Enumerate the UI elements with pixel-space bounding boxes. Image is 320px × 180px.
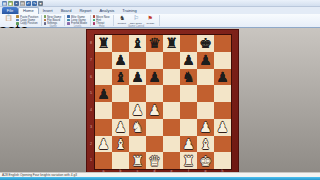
dropdown-icon[interactable]: ▾ bbox=[38, 1, 43, 6]
tab-analysis[interactable]: Analysis bbox=[95, 7, 118, 14]
square-c8[interactable]: ♝ bbox=[129, 35, 146, 52]
ribbon-group-clipboard: 📋PastePaste PositionCopy GameCopy Positi… bbox=[1, 15, 42, 26]
square-f5[interactable] bbox=[180, 85, 197, 102]
offer-draw-button[interactable]: ⚐Offer Draw bbox=[130, 15, 143, 25]
square-h2[interactable] bbox=[214, 136, 231, 153]
square-a2[interactable]: ♟ bbox=[95, 136, 112, 153]
square-a8[interactable]: ♜ bbox=[95, 35, 112, 52]
square-g6[interactable] bbox=[197, 69, 214, 86]
redo-icon[interactable]: ↷ bbox=[32, 1, 37, 6]
piece-white-rook: ♜ bbox=[131, 153, 144, 169]
square-a3[interactable] bbox=[95, 119, 112, 136]
square-e1[interactable] bbox=[163, 152, 180, 169]
square-d7[interactable] bbox=[146, 52, 163, 69]
bottom-accent-bar bbox=[0, 177, 320, 180]
rank-label-8: 8 bbox=[87, 35, 95, 52]
square-h5[interactable] bbox=[214, 85, 231, 102]
square-e2[interactable] bbox=[163, 136, 180, 153]
square-g4[interactable] bbox=[197, 102, 214, 119]
ribbon-group-help: Move NowHintThreatHelp bbox=[91, 15, 114, 26]
square-f2[interactable]: ♟ bbox=[180, 136, 197, 153]
app-icon[interactable]: ▦ bbox=[2, 1, 7, 6]
tab-report[interactable]: Report bbox=[75, 7, 95, 14]
ribbon: 📋PastePaste PositionCopy GameCopy Positi… bbox=[0, 14, 320, 28]
rank-label-1: 1 bbox=[87, 152, 95, 169]
piece-white-king: ♚ bbox=[199, 153, 212, 169]
clipboard-icon: 📋 bbox=[5, 15, 13, 22]
square-c3[interactable]: ♞ bbox=[129, 119, 146, 136]
piece-white-rook: ♜ bbox=[182, 153, 195, 169]
piece-black-pawn: ♟ bbox=[114, 52, 127, 68]
square-g2[interactable]: ♝ bbox=[197, 136, 214, 153]
piece-black-pawn: ♟ bbox=[199, 52, 212, 68]
square-a1[interactable] bbox=[95, 152, 112, 169]
content-area: 87654321 ♜♝♛♜♚♟♟♟♝♟♟♞♟♟♟♟♟♞♟♟♟♝♟♝♜♛♜♚ ab… bbox=[0, 28, 320, 172]
square-e8[interactable]: ♜ bbox=[163, 35, 180, 52]
square-g1[interactable]: ♚ bbox=[197, 152, 214, 169]
friend-mode-button[interactable]: Friend Mode bbox=[67, 22, 87, 25]
square-d8[interactable]: ♛ bbox=[146, 35, 163, 52]
square-f8[interactable] bbox=[180, 35, 197, 52]
square-b4[interactable] bbox=[112, 102, 129, 119]
square-e7[interactable] bbox=[163, 52, 180, 69]
rank-label-7: 7 bbox=[87, 52, 95, 69]
resign-button[interactable]: ⚑Resign bbox=[144, 15, 157, 25]
square-e5[interactable] bbox=[163, 85, 180, 102]
square-f4[interactable] bbox=[180, 102, 197, 119]
square-h4[interactable] bbox=[214, 102, 231, 119]
piece-white-bishop: ♝ bbox=[199, 136, 212, 152]
square-a7[interactable] bbox=[95, 52, 112, 69]
consult-button-icon: ♞ bbox=[119, 15, 124, 21]
rank-label-6: 6 bbox=[87, 69, 95, 86]
square-d5[interactable] bbox=[146, 85, 163, 102]
tab-training[interactable]: Training bbox=[118, 7, 140, 14]
square-c5[interactable] bbox=[129, 85, 146, 102]
piece-white-pawn: ♟ bbox=[97, 136, 110, 152]
piece-white-knight: ♞ bbox=[131, 119, 144, 135]
rank-label-3: 3 bbox=[87, 119, 95, 136]
square-d4[interactable]: ♟ bbox=[146, 102, 163, 119]
undo-icon[interactable]: ↶ bbox=[26, 1, 31, 6]
square-b5[interactable] bbox=[112, 85, 129, 102]
rank-label-4: 4 bbox=[87, 102, 95, 119]
rank-label-2: 2 bbox=[87, 136, 95, 153]
consult-button[interactable]: ♞Consult bbox=[116, 15, 129, 25]
new-game-icon[interactable]: ▣ bbox=[8, 1, 13, 6]
piece-white-pawn: ♟ bbox=[131, 102, 144, 118]
piece-white-pawn: ♟ bbox=[199, 119, 212, 135]
piece-black-queen: ♛ bbox=[148, 35, 161, 51]
piece-black-rook: ♜ bbox=[97, 35, 110, 51]
square-e4[interactable] bbox=[163, 102, 180, 119]
piece-black-pawn: ♟ bbox=[131, 69, 144, 85]
rank-label-5: 5 bbox=[87, 85, 95, 102]
square-f6[interactable]: ♞ bbox=[180, 69, 197, 86]
print-icon[interactable]: ▤ bbox=[20, 1, 25, 6]
square-g8[interactable]: ♚ bbox=[197, 35, 214, 52]
square-f1[interactable]: ♜ bbox=[180, 152, 197, 169]
square-c7[interactable] bbox=[129, 52, 146, 69]
square-g3[interactable]: ♟ bbox=[197, 119, 214, 136]
square-h3[interactable]: ♟ bbox=[214, 119, 231, 136]
square-d2[interactable] bbox=[146, 136, 163, 153]
ribbon-group-game: New GameFlip BoardSettingsGame bbox=[42, 15, 66, 26]
copy-position-button[interactable]: Copy Position bbox=[16, 22, 39, 25]
tab-insert[interactable]: Insert bbox=[39, 7, 57, 14]
piece-black-knight: ♞ bbox=[182, 69, 195, 85]
rank-labels: 87654321 bbox=[87, 35, 95, 169]
square-b1[interactable] bbox=[112, 152, 129, 169]
piece-white-pawn: ♟ bbox=[182, 136, 195, 152]
offer-draw-button-icon: ⚐ bbox=[133, 15, 138, 21]
title-bar: ▦▣▪▤↶↷▾ bbox=[0, 0, 320, 7]
resign-button-icon: ⚑ bbox=[147, 15, 152, 21]
square-h1[interactable] bbox=[214, 152, 231, 169]
square-c1[interactable]: ♜ bbox=[129, 152, 146, 169]
square-b3[interactable]: ♟ bbox=[112, 119, 129, 136]
square-g7[interactable]: ♟ bbox=[197, 52, 214, 69]
square-a4[interactable] bbox=[95, 102, 112, 119]
piece-black-bishop: ♝ bbox=[114, 69, 127, 85]
chess-board-frame: 87654321 ♜♝♛♜♚♟♟♟♝♟♟♞♟♟♟♟♟♞♟♟♟♝♟♝♜♛♜♚ ab… bbox=[86, 29, 239, 173]
square-d1[interactable]: ♛ bbox=[146, 152, 163, 169]
square-h7[interactable] bbox=[214, 52, 231, 69]
square-b6[interactable]: ♝ bbox=[112, 69, 129, 86]
square-a6[interactable] bbox=[95, 69, 112, 86]
square-b8[interactable] bbox=[112, 35, 129, 52]
square-e3[interactable] bbox=[163, 119, 180, 136]
piece-white-pawn: ♟ bbox=[114, 119, 127, 135]
piece-white-queen: ♛ bbox=[148, 153, 161, 169]
tab-board[interactable]: Board bbox=[57, 7, 76, 14]
piece-black-pawn: ♟ bbox=[216, 69, 229, 85]
piece-black-pawn: ♟ bbox=[182, 52, 195, 68]
piece-black-pawn: ♟ bbox=[97, 86, 110, 102]
piece-white-bishop: ♝ bbox=[114, 136, 127, 152]
piece-black-pawn: ♟ bbox=[148, 69, 161, 85]
square-d6[interactable]: ♟ bbox=[146, 69, 163, 86]
ribbon-group-levels: Blitz GameLong GameFriend ModeLevels bbox=[65, 15, 90, 26]
square-g5[interactable] bbox=[197, 85, 214, 102]
square-c4[interactable]: ♟ bbox=[129, 102, 146, 119]
square-h8[interactable] bbox=[214, 35, 231, 52]
tab-home[interactable]: Home bbox=[18, 7, 39, 14]
square-h6[interactable]: ♟ bbox=[214, 69, 231, 86]
ribbon-tab-row: File HomeInsertBoardReportAnalysisTraini… bbox=[0, 7, 320, 14]
square-f7[interactable]: ♟ bbox=[180, 52, 197, 69]
square-d3[interactable] bbox=[146, 119, 163, 136]
square-a5[interactable]: ♟ bbox=[95, 85, 112, 102]
square-b7[interactable]: ♟ bbox=[112, 52, 129, 69]
piece-black-rook: ♜ bbox=[165, 35, 178, 51]
square-e6[interactable] bbox=[163, 69, 180, 86]
square-c2[interactable] bbox=[129, 136, 146, 153]
square-b2[interactable]: ♝ bbox=[112, 136, 129, 153]
copy-position-button-icon bbox=[16, 22, 19, 25]
piece-black-bishop: ♝ bbox=[131, 35, 144, 51]
square-f3[interactable] bbox=[180, 119, 197, 136]
ribbon-group-game-control: ♞Consult⚐Offer Draw⚑ResignGame Control bbox=[114, 15, 160, 26]
tab-file[interactable]: File bbox=[2, 7, 18, 14]
square-c6[interactable]: ♟ bbox=[129, 69, 146, 86]
piece-black-king: ♚ bbox=[199, 35, 212, 51]
piece-white-pawn: ♟ bbox=[216, 119, 229, 135]
chess-board: ♜♝♛♜♚♟♟♟♝♟♟♞♟♟♟♟♟♞♟♟♟♝♟♝♜♛♜♚ bbox=[95, 35, 231, 169]
piece-white-pawn: ♟ bbox=[148, 102, 161, 118]
save-icon[interactable]: ▪ bbox=[14, 1, 19, 6]
